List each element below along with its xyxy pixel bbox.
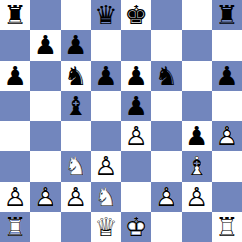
square-d4[interactable] (91, 121, 121, 151)
white-pawn-fill-glyph: ♟ (182, 182, 212, 212)
black-pawn[interactable]: ♟ (61, 30, 91, 60)
black-rook-fill-glyph: ♜ (212, 0, 242, 30)
white-pawn-outline-glyph: ♙ (151, 182, 181, 212)
square-g8[interactable] (182, 0, 212, 30)
black-queen-fill-glyph: ♛ (91, 0, 121, 30)
square-e6[interactable]: ♟ (121, 61, 151, 91)
square-c8[interactable] (61, 0, 91, 30)
square-h5[interactable] (212, 91, 242, 121)
black-pawn[interactable]: ♟ (0, 61, 30, 91)
white-knight-outline-glyph: ♘ (91, 182, 121, 212)
black-pawn[interactable]: ♟ (30, 30, 60, 60)
square-b4[interactable] (30, 121, 60, 151)
black-pawn-fill-glyph: ♟ (30, 30, 60, 60)
square-b7[interactable]: ♟ (30, 30, 60, 60)
white-knight-outline-glyph: ♘ (61, 151, 91, 181)
white-pawn[interactable]: ♟♙ (212, 121, 242, 151)
black-pawn[interactable]: ♟ (182, 121, 212, 151)
square-e2[interactable] (121, 182, 151, 212)
black-pawn[interactable]: ♟ (121, 91, 151, 121)
white-pawn[interactable]: ♟♙ (61, 182, 91, 212)
square-f6[interactable]: ♞ (151, 61, 181, 91)
square-f1[interactable] (151, 212, 181, 242)
white-king-outline-glyph: ♔ (121, 212, 151, 242)
square-h7[interactable] (212, 30, 242, 60)
square-a7[interactable] (0, 30, 30, 60)
white-rook-fill-glyph: ♜ (0, 212, 30, 242)
black-pawn-fill-glyph: ♟ (121, 61, 151, 91)
white-pawn-fill-glyph: ♟ (30, 182, 60, 212)
square-g2[interactable]: ♟♙ (182, 182, 212, 212)
white-pawn[interactable]: ♟♙ (0, 182, 30, 212)
black-pawn-fill-glyph: ♟ (61, 30, 91, 60)
white-pawn[interactable]: ♟♙ (182, 182, 212, 212)
square-c4[interactable] (61, 121, 91, 151)
black-pawn[interactable]: ♟ (212, 61, 242, 91)
white-pawn-fill-glyph: ♟ (212, 121, 242, 151)
white-pawn-fill-glyph: ♟ (121, 121, 151, 151)
square-f3[interactable] (151, 151, 181, 181)
square-g6[interactable] (182, 61, 212, 91)
white-pawn-outline-glyph: ♙ (91, 151, 121, 181)
black-pawn-fill-glyph: ♟ (212, 61, 242, 91)
square-b5[interactable] (30, 91, 60, 121)
square-e4[interactable]: ♟♙ (121, 121, 151, 151)
square-b1[interactable] (30, 212, 60, 242)
square-h4[interactable]: ♟♙ (212, 121, 242, 151)
black-knight-fill-glyph: ♞ (61, 61, 91, 91)
white-pawn[interactable]: ♟♙ (121, 121, 151, 151)
square-f5[interactable] (151, 91, 181, 121)
black-pawn-fill-glyph: ♟ (121, 91, 151, 121)
square-a8[interactable]: ♜ (0, 0, 30, 30)
black-knight[interactable]: ♞ (151, 61, 181, 91)
square-h1[interactable]: ♜♖ (212, 212, 242, 242)
black-pawn[interactable]: ♟ (91, 61, 121, 91)
black-king-fill-glyph: ♚ (121, 0, 151, 30)
white-rook[interactable]: ♜♖ (0, 212, 30, 242)
square-g3[interactable]: ♝♗ (182, 151, 212, 181)
black-bishop[interactable]: ♝ (61, 91, 91, 121)
white-pawn-fill-glyph: ♟ (0, 182, 30, 212)
square-d6[interactable]: ♟ (91, 61, 121, 91)
white-rook[interactable]: ♜♖ (212, 212, 242, 242)
square-a6[interactable]: ♟ (0, 61, 30, 91)
white-rook-outline-glyph: ♖ (0, 212, 30, 242)
white-pawn-fill-glyph: ♟ (61, 182, 91, 212)
white-rook-fill-glyph: ♜ (212, 212, 242, 242)
square-b2[interactable]: ♟♙ (30, 182, 60, 212)
white-bishop-fill-glyph: ♝ (182, 151, 212, 181)
square-b8[interactable] (30, 0, 60, 30)
square-c1[interactable] (61, 212, 91, 242)
square-c2[interactable]: ♟♙ (61, 182, 91, 212)
square-h3[interactable] (212, 151, 242, 181)
square-f7[interactable] (151, 30, 181, 60)
square-e8[interactable]: ♚ (121, 0, 151, 30)
black-pawn-fill-glyph: ♟ (182, 121, 212, 151)
white-bishop-outline-glyph: ♗ (182, 151, 212, 181)
black-rook-fill-glyph: ♜ (0, 0, 30, 30)
black-pawn-fill-glyph: ♟ (91, 61, 121, 91)
square-e5[interactable]: ♟ (121, 91, 151, 121)
black-knight-fill-glyph: ♞ (151, 61, 181, 91)
white-knight-fill-glyph: ♞ (61, 151, 91, 181)
white-pawn-outline-glyph: ♙ (182, 182, 212, 212)
chess-board: ♜♛♚♜♟♟♟♞♟♟♞♟♝♟♟♙♟♟♙♞♘♟♙♝♗♟♙♟♙♟♙♞♘♟♙♟♙♜♖♛… (0, 0, 242, 242)
white-queen-outline-glyph: ♕ (91, 212, 121, 242)
square-c3[interactable]: ♞♘ (61, 151, 91, 181)
black-king[interactable]: ♚ (121, 0, 151, 30)
white-pawn-outline-glyph: ♙ (121, 121, 151, 151)
square-g7[interactable] (182, 30, 212, 60)
square-h8[interactable]: ♜ (212, 0, 242, 30)
square-d8[interactable]: ♛ (91, 0, 121, 30)
white-pawn-fill-glyph: ♟ (91, 151, 121, 181)
square-d3[interactable]: ♟♙ (91, 151, 121, 181)
square-e3[interactable] (121, 151, 151, 181)
black-knight[interactable]: ♞ (61, 61, 91, 91)
white-pawn-fill-glyph: ♟ (151, 182, 181, 212)
square-b6[interactable] (30, 61, 60, 91)
black-rook[interactable]: ♜ (0, 0, 30, 30)
square-c7[interactable]: ♟ (61, 30, 91, 60)
square-b3[interactable] (30, 151, 60, 181)
black-bishop-fill-glyph: ♝ (61, 91, 91, 121)
square-d7[interactable] (91, 30, 121, 60)
square-a1[interactable]: ♜♖ (0, 212, 30, 242)
square-e7[interactable] (121, 30, 151, 60)
square-g1[interactable] (182, 212, 212, 242)
square-f2[interactable]: ♟♙ (151, 182, 181, 212)
white-knight[interactable]: ♞♘ (91, 182, 121, 212)
square-d5[interactable] (91, 91, 121, 121)
black-pawn-fill-glyph: ♟ (0, 61, 30, 91)
square-g4[interactable]: ♟ (182, 121, 212, 151)
square-h2[interactable] (212, 182, 242, 212)
white-king[interactable]: ♚♔ (121, 212, 151, 242)
white-king-fill-glyph: ♚ (121, 212, 151, 242)
square-d1[interactable]: ♛♕ (91, 212, 121, 242)
square-f8[interactable] (151, 0, 181, 30)
white-pawn-outline-glyph: ♙ (212, 121, 242, 151)
white-pawn[interactable]: ♟♙ (30, 182, 60, 212)
black-queen[interactable]: ♛ (91, 0, 121, 30)
square-a2[interactable]: ♟♙ (0, 182, 30, 212)
square-h6[interactable]: ♟ (212, 61, 242, 91)
white-queen[interactable]: ♛♕ (91, 212, 121, 242)
square-a3[interactable] (0, 151, 30, 181)
white-pawn-outline-glyph: ♙ (30, 182, 60, 212)
white-rook-outline-glyph: ♖ (212, 212, 242, 242)
square-e1[interactable]: ♚♔ (121, 212, 151, 242)
square-c5[interactable]: ♝ (61, 91, 91, 121)
white-knight-fill-glyph: ♞ (91, 182, 121, 212)
white-pawn-outline-glyph: ♙ (61, 182, 91, 212)
white-bishop[interactable]: ♝♗ (182, 151, 212, 181)
white-pawn[interactable]: ♟♙ (151, 182, 181, 212)
square-d2[interactable]: ♞♘ (91, 182, 121, 212)
square-f4[interactable] (151, 121, 181, 151)
square-a4[interactable] (0, 121, 30, 151)
square-c6[interactable]: ♞ (61, 61, 91, 91)
white-pawn[interactable]: ♟♙ (91, 151, 121, 181)
square-g5[interactable] (182, 91, 212, 121)
white-knight[interactable]: ♞♘ (61, 151, 91, 181)
white-pawn-outline-glyph: ♙ (0, 182, 30, 212)
white-queen-fill-glyph: ♛ (91, 212, 121, 242)
black-pawn[interactable]: ♟ (121, 61, 151, 91)
square-a5[interactable] (0, 91, 30, 121)
black-rook[interactable]: ♜ (212, 0, 242, 30)
